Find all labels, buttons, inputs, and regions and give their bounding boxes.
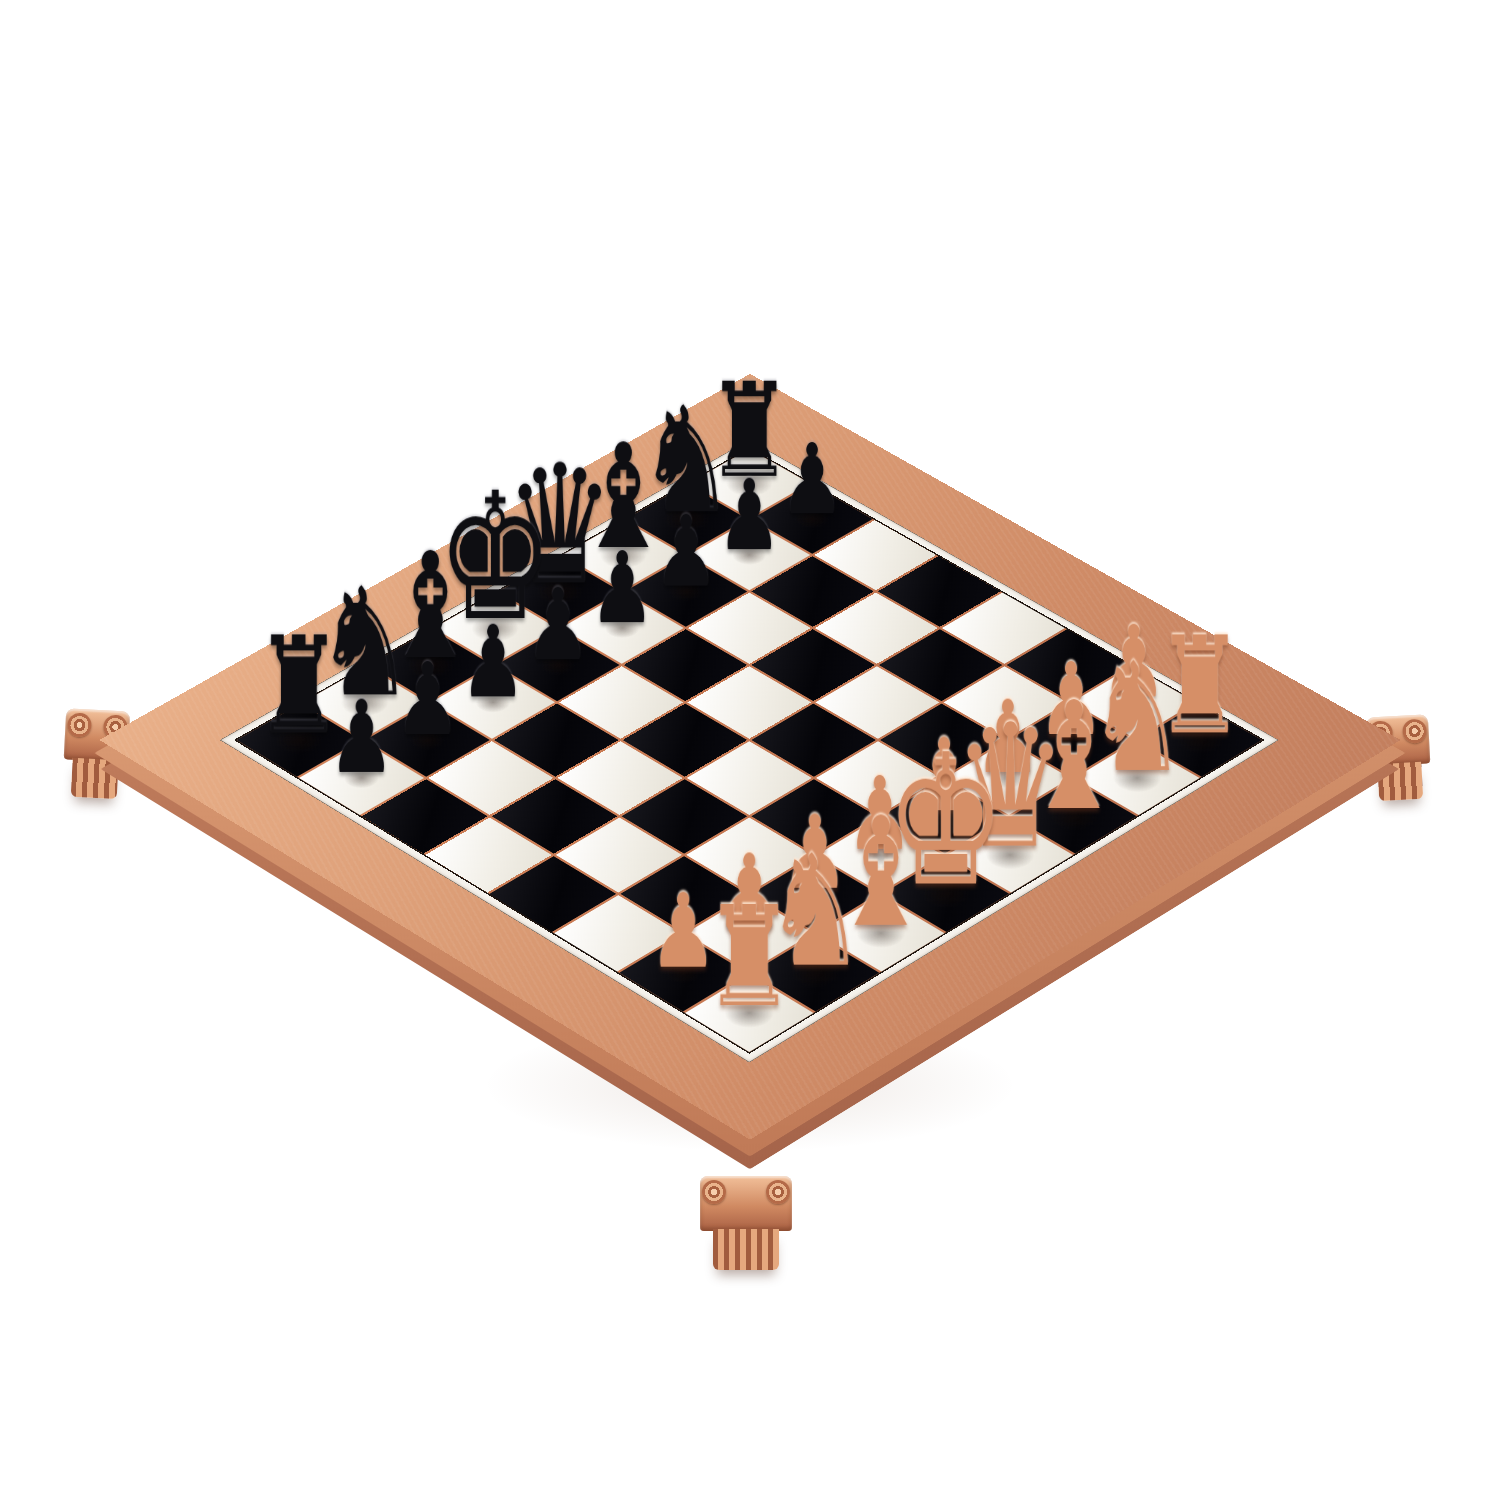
volute-icon	[67, 712, 92, 737]
black-pawn[interactable]: ♟	[176, 688, 548, 788]
volute-icon	[1402, 719, 1427, 744]
product-photo-scene: ♜♞♝♚♛♝♞♜♟♟♟♟♟♟♟♟♟♟♟♟♟♟♟♟♜♞♝♚♛♝♞♜	[0, 0, 1500, 1500]
chess-board-grid: ♜♞♝♚♛♝♞♜♟♟♟♟♟♟♟♟♟♟♟♟♟♟♟♟♜♞♝♚♛♝♞♜	[234, 447, 1265, 1053]
volute-icon	[702, 1180, 726, 1204]
board-white-inlay: ♜♞♝♚♛♝♞♜♟♟♟♟♟♟♟♟♟♟♟♟♟♟♟♟♜♞♝♚♛♝♞♜	[220, 440, 1279, 1063]
copper-rook[interactable]: ♜	[558, 889, 940, 1027]
chess-board-3d: ♜♞♝♚♛♝♞♜♟♟♟♟♟♟♟♟♟♟♟♟♟♟♟♟♜♞♝♚♛♝♞♜	[99, 374, 1400, 1140]
foot-capital	[700, 1176, 792, 1231]
corner-foot-bottom	[700, 1176, 792, 1270]
foot-flutes	[713, 1229, 779, 1270]
board-frame: ♜♞♝♚♛♝♞♜♟♟♟♟♟♟♟♟♟♟♟♟♟♟♟♟♜♞♝♚♛♝♞♜	[99, 374, 1400, 1140]
volute-icon	[766, 1180, 790, 1204]
square-a7[interactable]: ♟	[299, 741, 424, 815]
square-a1[interactable]: ♜	[685, 974, 813, 1052]
